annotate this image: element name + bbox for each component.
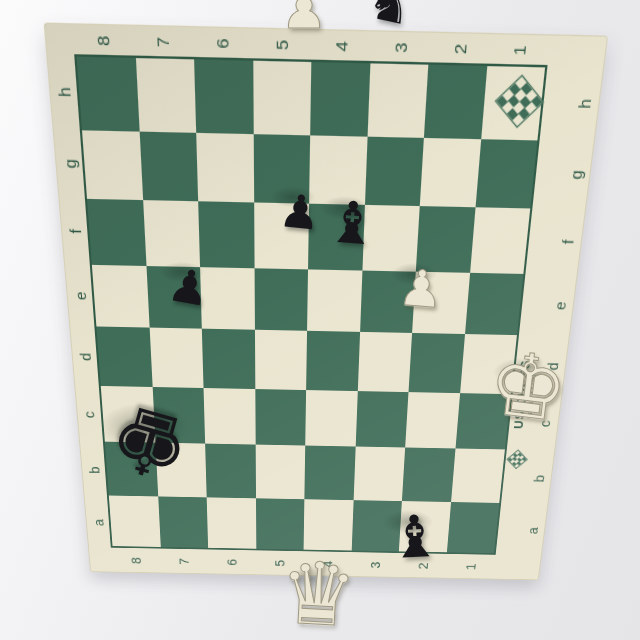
table-background: 87654321 87654321 hgfedcba hgfedcba US C… (0, 0, 640, 640)
vinyl-chess-mat: 87654321 87654321 hgfedcba hgfedcba US C… (44, 23, 609, 581)
square-h8[interactable] (77, 57, 139, 131)
label-8: 8 (111, 548, 160, 573)
label-8: 8 (72, 24, 134, 55)
square-d8[interactable] (96, 326, 152, 386)
square-h4[interactable] (310, 62, 370, 136)
piece-black-pawn-f7[interactable]: ♟ (165, 261, 214, 313)
square-h7[interactable] (135, 58, 196, 132)
piece-white-pawn-f3[interactable]: ♟ (396, 262, 445, 316)
label-2: 2 (430, 33, 491, 64)
square-h5[interactable] (253, 61, 312, 135)
label-1: 1 (446, 554, 496, 579)
piece-black-knight-offboard[interactable]: ♞ (363, 0, 417, 33)
square-c4[interactable] (305, 390, 357, 447)
label-1: 1 (489, 34, 551, 65)
square-f7[interactable] (143, 200, 200, 267)
square-f6[interactable] (198, 201, 254, 267)
square-g8[interactable] (82, 130, 143, 200)
square-g7[interactable] (139, 131, 198, 201)
square-h3[interactable] (367, 63, 428, 137)
label-f: f (552, 208, 583, 274)
label-h: h (568, 66, 601, 140)
square-d5[interactable] (254, 330, 307, 390)
square-e4[interactable] (307, 269, 362, 332)
square-d7[interactable] (149, 328, 203, 388)
square-d6[interactable] (202, 329, 255, 389)
label-6: 6 (192, 27, 252, 58)
square-f1[interactable] (470, 207, 531, 273)
square-d3[interactable] (357, 332, 412, 392)
label-6: 6 (207, 549, 255, 574)
square-c6[interactable] (204, 388, 256, 445)
piece-white-king-e1[interactable]: ♚ (483, 339, 572, 436)
square-b6[interactable] (205, 444, 255, 498)
square-c5[interactable] (255, 389, 306, 446)
label-g: g (560, 139, 592, 209)
square-b5[interactable] (255, 445, 305, 499)
square-c3[interactable] (355, 391, 408, 448)
square-e5[interactable] (254, 268, 308, 331)
square-b4[interactable] (304, 446, 355, 500)
square-c2[interactable] (405, 392, 460, 449)
square-b2[interactable] (402, 447, 455, 501)
piece-black-pawn-g5[interactable]: ♟ (277, 187, 323, 237)
piece-white-pawn-offboard[interactable]: ♟ (281, 0, 328, 36)
square-h6[interactable] (194, 59, 253, 133)
piece-black-bishop-g4[interactable]: ♝ (324, 192, 380, 253)
square-e8[interactable] (92, 264, 149, 327)
piece-black-bishop-b3[interactable]: ♝ (388, 507, 443, 568)
square-f8[interactable] (87, 199, 146, 266)
label-e: e (545, 274, 575, 337)
label-a: a (519, 504, 545, 555)
square-d4[interactable] (306, 331, 359, 391)
label-7: 7 (159, 549, 208, 574)
square-b1[interactable] (451, 448, 505, 502)
square-g1[interactable] (475, 139, 537, 209)
square-a1[interactable] (446, 502, 499, 554)
square-a6[interactable] (207, 497, 256, 549)
square-e1[interactable] (465, 272, 524, 335)
square-g2[interactable] (420, 137, 481, 207)
square-g6[interactable] (196, 132, 253, 202)
square-d2[interactable] (409, 333, 465, 393)
square-h2[interactable] (424, 65, 487, 139)
label-7: 7 (132, 26, 193, 57)
piece-white-queen-a5[interactable]: ♛ (277, 549, 359, 639)
label-b: b (525, 451, 552, 505)
square-a8[interactable] (109, 495, 161, 547)
square-b3[interactable] (353, 447, 405, 501)
square-a7[interactable] (158, 496, 208, 548)
